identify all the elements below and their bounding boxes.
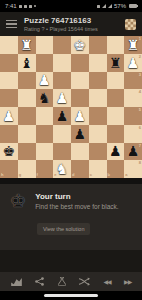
square-a2[interactable]: ♟2 [124,54,142,72]
rank-label: 8 [139,161,141,165]
piece-bP: ♟ [107,143,125,161]
notification-dot-icon [34,5,36,7]
view-solution-button[interactable]: View the solution [37,223,90,235]
notification-icon [29,5,32,8]
square-c2[interactable] [89,54,107,72]
system-nav-bar [0,291,142,300]
square-a8[interactable]: 8a [124,160,142,178]
square-c1[interactable] [89,36,107,54]
battery-icon [129,4,137,8]
app-header: Puzzle 764716163 Rating ? • Played 15644… [0,12,142,36]
piece-wR: ♜ [18,36,36,54]
vibrate-icon [97,5,100,8]
square-g8[interactable]: g [18,160,36,178]
board-analysis-icon[interactable] [125,19,136,30]
square-a7[interactable]: ♟7 [124,143,142,161]
square-c8[interactable]: c [89,160,107,178]
piece-wP: ♟ [0,107,18,125]
square-e5[interactable]: ♟ [53,107,71,125]
square-g2[interactable]: ♝ [18,54,36,72]
piece-bP: ♟ [53,107,71,125]
square-f2[interactable] [36,54,54,72]
signal-icon [108,4,112,8]
square-h7[interactable]: ♚ [0,143,18,161]
square-h6[interactable] [0,125,18,143]
piece-bB: ♝ [18,54,36,72]
square-a1[interactable]: ♜1 [124,36,142,54]
piece-bP: ♟ [71,125,89,143]
file-label: c [90,173,92,177]
square-b5[interactable] [107,107,125,125]
square-e3[interactable] [53,72,71,90]
rewind-icon[interactable]: ◀◀ [103,278,110,285]
square-b7[interactable]: ♟ [107,143,125,161]
square-h8[interactable]: h [0,160,18,178]
square-c5[interactable] [89,107,107,125]
square-d6[interactable]: ♟ [71,125,89,143]
piece-wP: ♟ [71,107,89,125]
page-title: Puzzle 764716163 [24,16,118,25]
square-f1[interactable] [36,36,54,54]
rank-label: 4 [139,90,141,94]
file-label: b [108,173,110,177]
hamburger-menu-icon[interactable] [6,20,17,29]
square-g1[interactable]: ♜ [18,36,36,54]
square-d1[interactable]: ♚ [71,36,89,54]
fast-forward-icon[interactable]: ▶▶ [124,278,131,285]
black-king-icon: ♚ [10,192,26,210]
square-e6[interactable] [53,125,71,143]
square-b6[interactable] [107,125,125,143]
piece-bR: ♜ [107,54,125,72]
file-label: f [37,173,38,177]
gesture-pill[interactable] [44,294,98,297]
square-b1[interactable] [107,36,125,54]
analysis-flask-icon[interactable] [58,277,66,286]
chess-board: ♜♚♜1♝♜♟2♟3♞♟4♟♟♟5♟6♚♟♟7hgf♞edcb8a [0,36,142,178]
turn-instruction: Find the best move for black. [35,203,118,210]
notification-icon [19,5,22,8]
square-b2[interactable]: ♜ [107,54,125,72]
share-icon[interactable] [35,277,44,286]
square-e8[interactable]: ♞e [53,160,71,178]
square-g7[interactable] [18,143,36,161]
square-d3[interactable] [71,72,89,90]
square-d5[interactable]: ♟ [71,107,89,125]
square-c3[interactable] [89,72,107,90]
battery-percent: 57% [114,3,126,9]
file-label: e [54,173,56,177]
rank-label: 6 [139,126,141,130]
square-d7[interactable] [71,143,89,161]
square-e2[interactable] [53,54,71,72]
rank-label: 3 [139,73,141,77]
square-e1[interactable] [53,36,71,54]
rank-label: 7 [139,144,141,148]
square-c6[interactable] [89,125,107,143]
square-d4[interactable] [71,89,89,107]
piece-wP: ♟ [53,89,71,107]
file-label: h [1,173,3,177]
chart-icon[interactable] [11,278,22,286]
square-h1[interactable] [0,36,18,54]
wifi-icon [102,4,106,8]
piece-bN: ♞ [36,89,54,107]
rank-label: 1 [139,37,141,41]
square-f6[interactable] [36,125,54,143]
square-c7[interactable] [89,143,107,161]
square-b8[interactable]: b [107,160,125,178]
square-a6[interactable]: 6 [124,125,142,143]
feedback-panel: ♚ Your turn Find the best move for black… [0,184,142,250]
piece-wK: ♚ [71,36,89,54]
square-a5[interactable]: 5 [124,107,142,125]
square-a4[interactable]: 4 [124,89,142,107]
rank-label: 2 [139,55,141,59]
square-b4[interactable] [107,89,125,107]
square-g6[interactable] [18,125,36,143]
square-g4[interactable] [18,89,36,107]
clock-time: 7:41 [5,3,17,9]
square-b3[interactable] [107,72,125,90]
square-h4[interactable] [0,89,18,107]
square-f5[interactable] [36,107,54,125]
panel-spacer [0,250,142,272]
square-f8[interactable]: f [36,160,54,178]
turn-title: Your turn [35,192,118,201]
bottom-toolbar: ◀◀ ▶▶ [0,272,142,291]
square-e7[interactable] [53,143,71,161]
square-e4[interactable]: ♟ [53,89,71,107]
puzzle-subtitle: Rating ? • Played 15644 times [24,26,118,32]
square-h5[interactable]: ♟ [0,107,18,125]
piece-bK: ♚ [0,143,18,161]
rank-label: 5 [139,108,141,112]
file-label: g [19,173,21,177]
piece-wP: ♟ [36,72,54,90]
status-bar: 7:41 57% [0,0,142,12]
notification-icon [24,5,27,8]
file-label: d [72,173,74,177]
square-g3[interactable] [18,72,36,90]
square-a3[interactable]: 3 [124,72,142,90]
square-h3[interactable] [0,72,18,90]
file-label: a [125,173,127,177]
square-d8[interactable]: d [71,160,89,178]
shuffle-icon[interactable] [79,277,90,286]
square-f3[interactable]: ♟ [36,72,54,90]
square-c4[interactable] [89,89,107,107]
square-d2[interactable] [71,54,89,72]
square-g5[interactable] [18,107,36,125]
square-h2[interactable] [0,54,18,72]
square-f4[interactable]: ♞ [36,89,54,107]
square-f7[interactable] [36,143,54,161]
